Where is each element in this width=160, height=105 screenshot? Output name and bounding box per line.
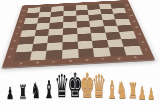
black-bishop: ♝: [43, 77, 54, 102]
white-pawn-2: ♟: [147, 86, 154, 102]
white-rook: ♜: [128, 80, 138, 102]
white-pawn: ♟: [138, 84, 146, 102]
chess-set-photo: abcdefgh 87654321 87654321 ♟♜♞♝♛♚♚♛♝♞♜♟♟: [0, 0, 160, 105]
black-knight: ♞: [31, 80, 41, 102]
white-queen: ♛: [92, 70, 106, 102]
black-pawn: ♟: [6, 85, 14, 102]
pieces-row: ♟♜♞♝♛♚♚♛♝♞♜♟♟: [0, 0, 160, 105]
white-knight: ♞: [117, 78, 128, 102]
black-rook: ♜: [19, 82, 28, 102]
